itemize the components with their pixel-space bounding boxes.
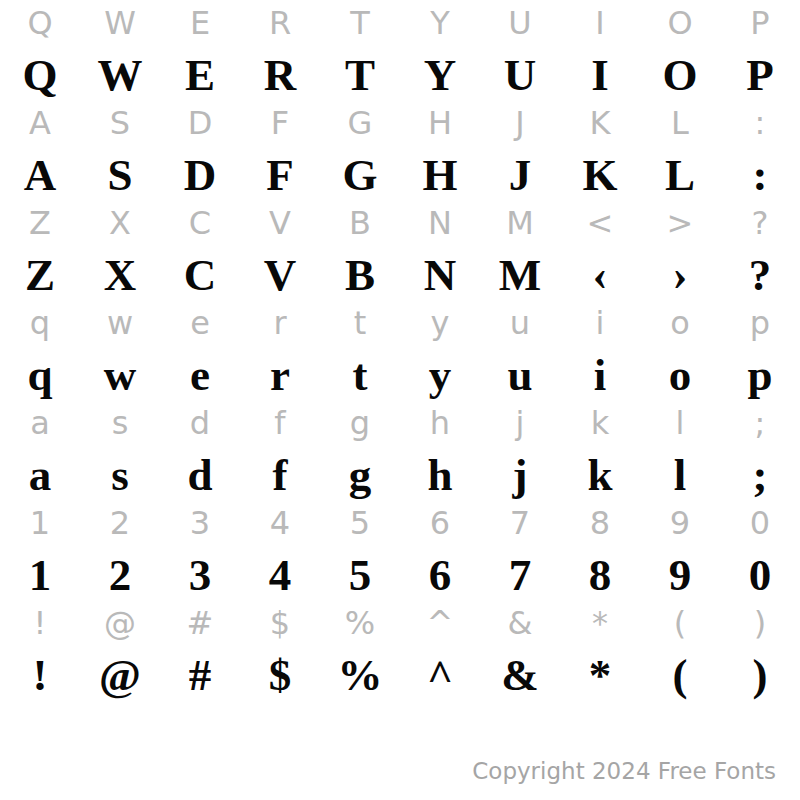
glyph-black-r5-c8: k xyxy=(560,446,640,500)
glyph-black-r6-c8: 8 xyxy=(560,546,640,600)
glyph-black-r1-c2: W xyxy=(80,46,160,100)
glyph-black-r3-c9: › xyxy=(640,246,720,300)
glyph-gray-r3-c10: ? xyxy=(720,200,800,246)
glyph-gray-r4-c10: p xyxy=(720,300,800,346)
glyph-black-r3-c7: M xyxy=(480,246,560,300)
glyph-gray-r3-c9: > xyxy=(640,200,720,246)
glyph-black-r3-c10: ? xyxy=(720,246,800,300)
glyph-black-r1-c6: Y xyxy=(400,46,480,100)
glyph-black-r2-c6: H xyxy=(400,146,480,200)
glyph-gray-r2-c10: : xyxy=(720,100,800,146)
glyph-gray-r3-c4: V xyxy=(240,200,320,246)
glyph-black-r7-c1: ! xyxy=(0,646,80,700)
glyph-black-r7-c8: * xyxy=(560,646,640,700)
glyph-gray-r1-c1: Q xyxy=(0,0,80,46)
glyph-black-r3-c3: C xyxy=(160,246,240,300)
glyph-black-r2-c4: F xyxy=(240,146,320,200)
glyph-gray-r1-c6: Y xyxy=(400,0,480,46)
glyph-black-r6-c5: 5 xyxy=(320,546,400,600)
glyph-black-r3-c5: B xyxy=(320,246,400,300)
glyph-black-r7-c6: ^ xyxy=(400,646,480,700)
glyph-black-r6-c9: 9 xyxy=(640,546,720,600)
specimen-grid: QWERTYUIOPQWERTYUIOPASDFGHJKL:ASDFGHJKL:… xyxy=(0,0,800,700)
glyph-gray-r6-c7: 7 xyxy=(480,500,560,546)
glyph-black-r6-c3: 3 xyxy=(160,546,240,600)
glyph-black-r4-c9: o xyxy=(640,346,720,400)
glyph-gray-r6-c1: 1 xyxy=(0,500,80,546)
glyph-gray-r3-c7: M xyxy=(480,200,560,246)
glyph-black-r2-c2: S xyxy=(80,146,160,200)
glyph-gray-r7-c6: ^ xyxy=(400,600,480,646)
glyph-black-r5-c6: h xyxy=(400,446,480,500)
glyph-gray-r4-c3: e xyxy=(160,300,240,346)
glyph-gray-r1-c10: P xyxy=(720,0,800,46)
glyph-gray-r7-c3: # xyxy=(160,600,240,646)
glyph-black-r4-c8: i xyxy=(560,346,640,400)
glyph-gray-r1-c9: O xyxy=(640,0,720,46)
glyph-black-r7-c2: @ xyxy=(80,646,160,700)
glyph-gray-r1-c3: E xyxy=(160,0,240,46)
glyph-gray-r2-c2: S xyxy=(80,100,160,146)
glyph-black-r7-c7: & xyxy=(480,646,560,700)
glyph-black-r2-c7: J xyxy=(480,146,560,200)
glyph-black-r1-c10: P xyxy=(720,46,800,100)
glyph-gray-r4-c7: u xyxy=(480,300,560,346)
glyph-gray-r5-c10: ; xyxy=(720,400,800,446)
glyph-black-r6-c7: 7 xyxy=(480,546,560,600)
glyph-gray-r5-c9: l xyxy=(640,400,720,446)
glyph-gray-r3-c3: C xyxy=(160,200,240,246)
glyph-gray-r3-c1: Z xyxy=(0,200,80,246)
glyph-gray-r4-c4: r xyxy=(240,300,320,346)
glyph-gray-r5-c3: d xyxy=(160,400,240,446)
glyph-black-r7-c3: # xyxy=(160,646,240,700)
glyph-black-r4-c2: w xyxy=(80,346,160,400)
glyph-black-r2-c1: A xyxy=(0,146,80,200)
glyph-black-r2-c9: L xyxy=(640,146,720,200)
glyph-black-r3-c6: N xyxy=(400,246,480,300)
glyph-black-r3-c4: V xyxy=(240,246,320,300)
glyph-gray-r1-c7: U xyxy=(480,0,560,46)
glyph-gray-r4-c5: t xyxy=(320,300,400,346)
glyph-gray-r2-c5: G xyxy=(320,100,400,146)
glyph-gray-r7-c2: @ xyxy=(80,600,160,646)
glyph-black-r1-c3: E xyxy=(160,46,240,100)
glyph-gray-r1-c4: R xyxy=(240,0,320,46)
glyph-gray-r6-c2: 2 xyxy=(80,500,160,546)
glyph-gray-r7-c4: $ xyxy=(240,600,320,646)
glyph-black-r2-c10: : xyxy=(720,146,800,200)
glyph-black-r5-c4: f xyxy=(240,446,320,500)
glyph-black-r5-c1: a xyxy=(0,446,80,500)
glyph-gray-r2-c1: A xyxy=(0,100,80,146)
glyph-gray-r2-c8: K xyxy=(560,100,640,146)
glyph-black-r7-c5: % xyxy=(320,646,400,700)
glyph-gray-r5-c2: s xyxy=(80,400,160,446)
glyph-gray-r7-c10: ) xyxy=(720,600,800,646)
glyph-gray-r5-c8: k xyxy=(560,400,640,446)
glyph-black-r4-c6: y xyxy=(400,346,480,400)
glyph-gray-r4-c1: q xyxy=(0,300,80,346)
glyph-black-r5-c3: d xyxy=(160,446,240,500)
glyph-black-r5-c10: ; xyxy=(720,446,800,500)
glyph-gray-r2-c7: J xyxy=(480,100,560,146)
glyph-gray-r3-c8: < xyxy=(560,200,640,246)
glyph-black-r4-c1: q xyxy=(0,346,80,400)
glyph-gray-r4-c8: i xyxy=(560,300,640,346)
glyph-black-r4-c5: t xyxy=(320,346,400,400)
glyph-black-r3-c1: Z xyxy=(0,246,80,300)
glyph-gray-r2-c3: D xyxy=(160,100,240,146)
glyph-gray-r2-c6: H xyxy=(400,100,480,146)
glyph-gray-r4-c2: w xyxy=(80,300,160,346)
glyph-black-r2-c3: D xyxy=(160,146,240,200)
glyph-black-r4-c4: r xyxy=(240,346,320,400)
glyph-black-r7-c9: ( xyxy=(640,646,720,700)
glyph-black-r6-c2: 2 xyxy=(80,546,160,600)
glyph-gray-r6-c6: 6 xyxy=(400,500,480,546)
glyph-gray-r5-c5: g xyxy=(320,400,400,446)
glyph-gray-r7-c5: % xyxy=(320,600,400,646)
glyph-black-r4-c7: u xyxy=(480,346,560,400)
glyph-black-r6-c4: 4 xyxy=(240,546,320,600)
glyph-black-r6-c10: 0 xyxy=(720,546,800,600)
glyph-gray-r3-c6: N xyxy=(400,200,480,246)
font-specimen-page: QWERTYUIOPQWERTYUIOPASDFGHJKL:ASDFGHJKL:… xyxy=(0,0,800,800)
glyph-black-r1-c9: O xyxy=(640,46,720,100)
glyph-gray-r6-c9: 9 xyxy=(640,500,720,546)
glyph-black-r3-c2: X xyxy=(80,246,160,300)
glyph-gray-r2-c9: L xyxy=(640,100,720,146)
glyph-black-r2-c8: K xyxy=(560,146,640,200)
glyph-black-r4-c10: p xyxy=(720,346,800,400)
glyph-gray-r6-c10: 0 xyxy=(720,500,800,546)
glyph-black-r5-c2: s xyxy=(80,446,160,500)
glyph-black-r1-c8: I xyxy=(560,46,640,100)
glyph-gray-r7-c9: ( xyxy=(640,600,720,646)
glyph-black-r5-c9: l xyxy=(640,446,720,500)
glyph-black-r1-c4: R xyxy=(240,46,320,100)
glyph-gray-r5-c4: f xyxy=(240,400,320,446)
glyph-black-r7-c10: ) xyxy=(720,646,800,700)
copyright-watermark: Copyright 2024 Free Fonts xyxy=(472,758,776,784)
glyph-black-r1-c5: T xyxy=(320,46,400,100)
glyph-black-r7-c4: $ xyxy=(240,646,320,700)
glyph-black-r4-c3: e xyxy=(160,346,240,400)
glyph-gray-r6-c3: 3 xyxy=(160,500,240,546)
glyph-black-r3-c8: ‹ xyxy=(560,246,640,300)
glyph-black-r5-c7: j xyxy=(480,446,560,500)
glyph-gray-r5-c1: a xyxy=(0,400,80,446)
glyph-black-r5-c5: g xyxy=(320,446,400,500)
glyph-black-r1-c7: U xyxy=(480,46,560,100)
glyph-gray-r1-c8: I xyxy=(560,0,640,46)
glyph-gray-r7-c7: & xyxy=(480,600,560,646)
glyph-gray-r4-c6: y xyxy=(400,300,480,346)
glyph-gray-r5-c6: h xyxy=(400,400,480,446)
glyph-gray-r3-c2: X xyxy=(80,200,160,246)
glyph-gray-r1-c5: T xyxy=(320,0,400,46)
glyph-gray-r6-c5: 5 xyxy=(320,500,400,546)
glyph-black-r6-c1: 1 xyxy=(0,546,80,600)
glyph-gray-r6-c4: 4 xyxy=(240,500,320,546)
glyph-gray-r6-c8: 8 xyxy=(560,500,640,546)
glyph-gray-r2-c4: F xyxy=(240,100,320,146)
glyph-black-r1-c1: Q xyxy=(0,46,80,100)
glyph-gray-r3-c5: B xyxy=(320,200,400,246)
glyph-black-r6-c6: 6 xyxy=(400,546,480,600)
glyph-gray-r4-c9: o xyxy=(640,300,720,346)
glyph-gray-r7-c8: * xyxy=(560,600,640,646)
glyph-gray-r5-c7: j xyxy=(480,400,560,446)
glyph-gray-r1-c2: W xyxy=(80,0,160,46)
glyph-gray-r7-c1: ! xyxy=(0,600,80,646)
glyph-black-r2-c5: G xyxy=(320,146,400,200)
